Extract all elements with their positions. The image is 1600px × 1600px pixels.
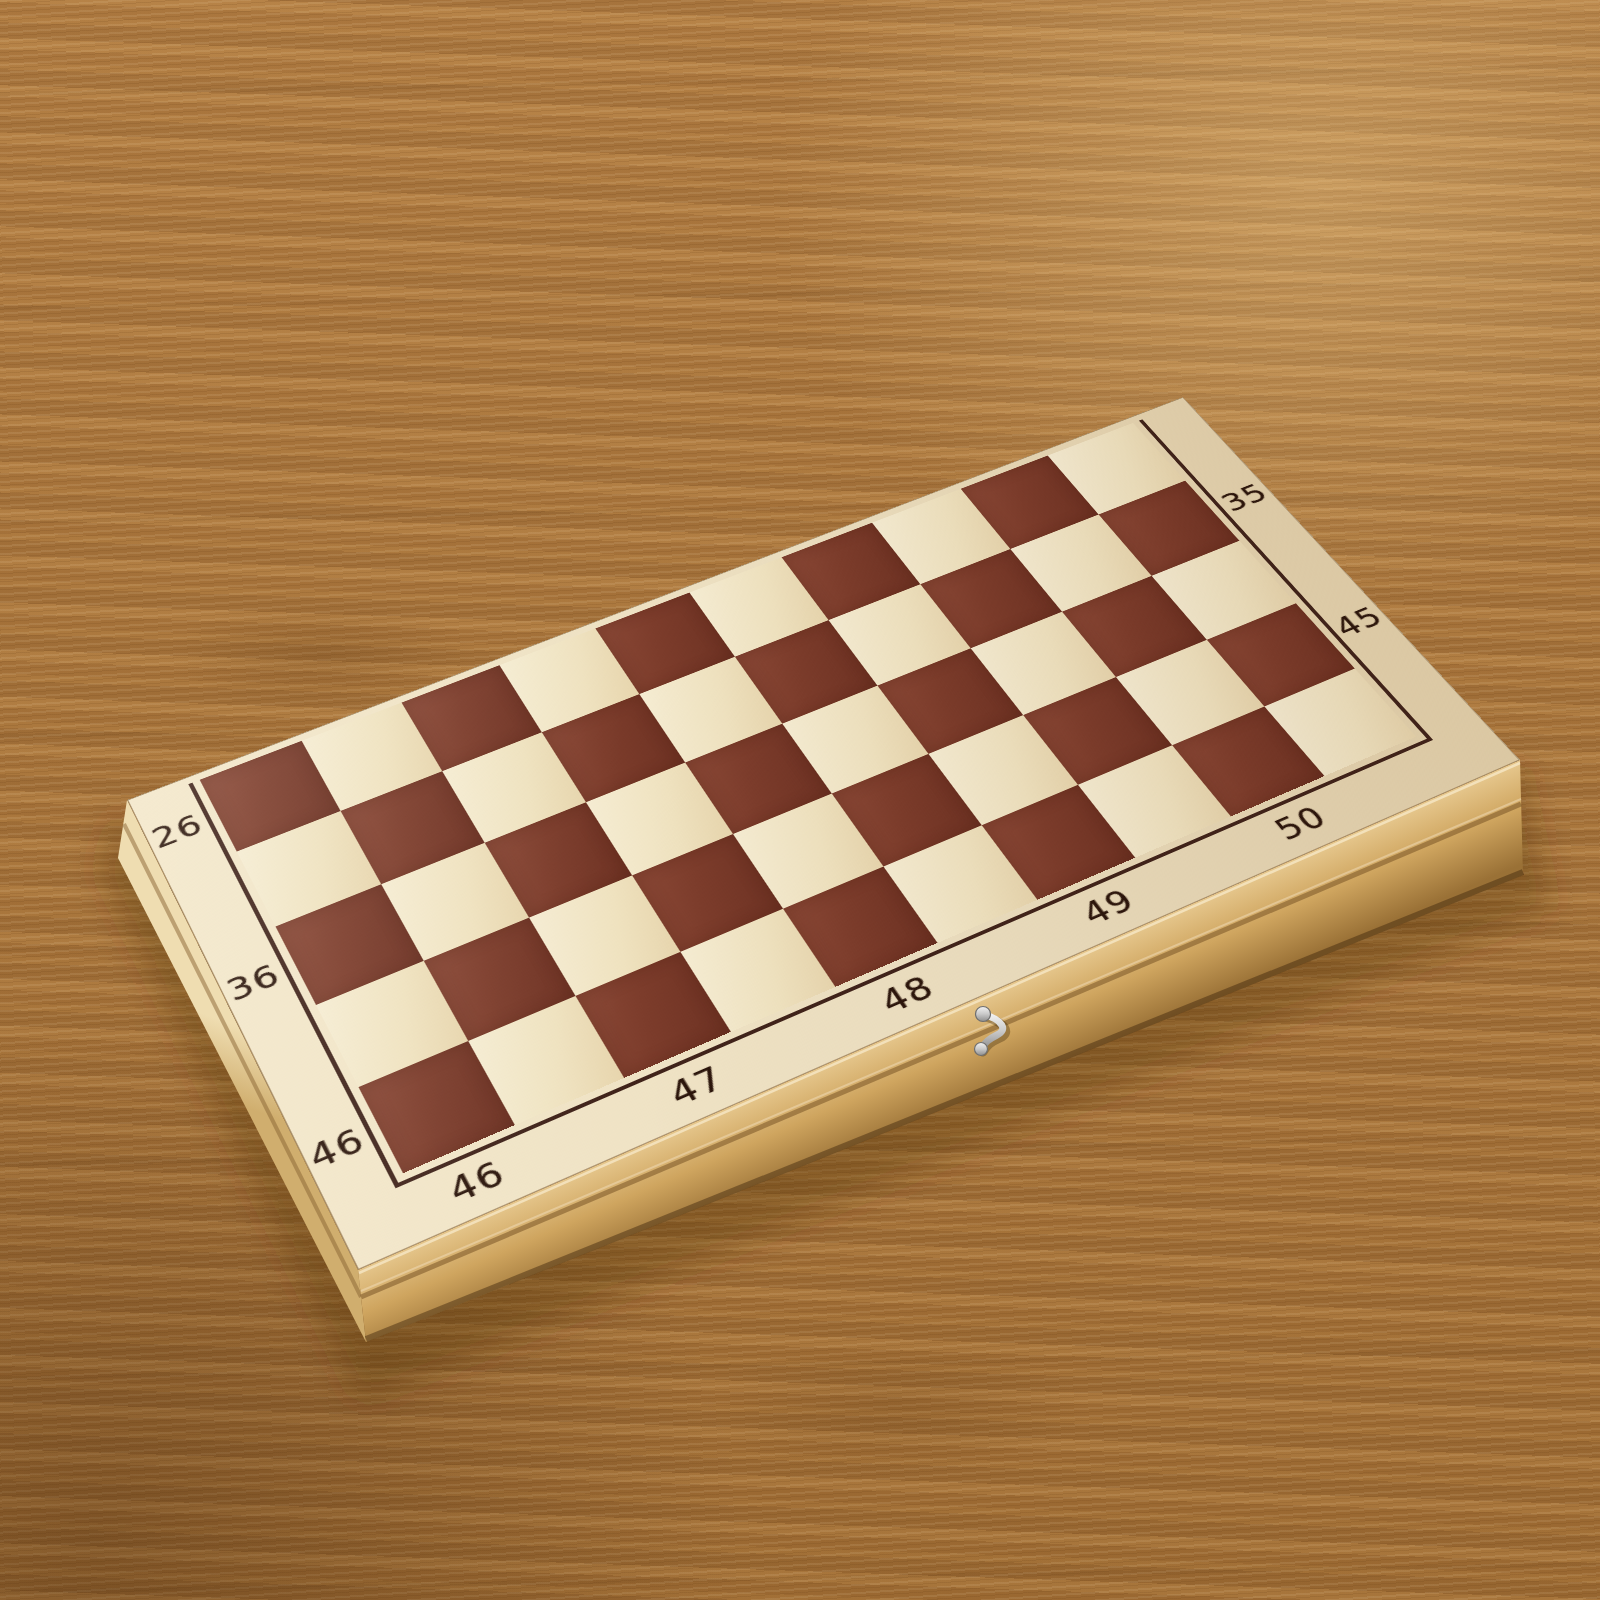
wooden-table-surface: 26364635454647484950 [0,0,1600,1600]
label-left-46: 46 [302,1120,371,1177]
clasp-screw-bottom [975,1043,988,1056]
label-left-36: 36 [221,957,286,1009]
label-left-26: 26 [146,808,208,855]
clasp-screw-top [976,1007,991,1022]
